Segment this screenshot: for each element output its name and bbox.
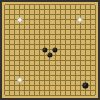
go-board: ○○●●●○● — [2, 2, 98, 98]
intersection[interactable] — [93, 93, 98, 98]
go-board-screenshot: ○○●●●○● — [0, 0, 100, 100]
